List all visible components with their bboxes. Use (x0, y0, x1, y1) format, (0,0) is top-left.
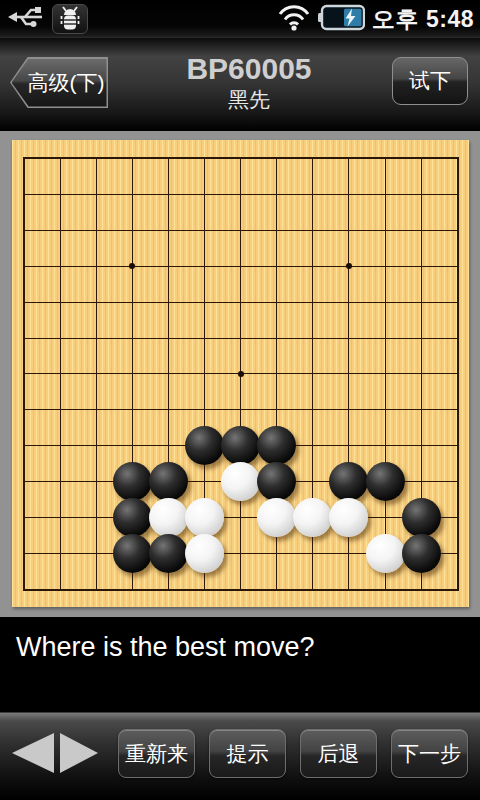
stone-black (366, 462, 405, 501)
page-title: BP60005 (110, 53, 388, 85)
status-time: 오후 5:48 (372, 4, 474, 35)
back-button[interactable]: 高级(下) (10, 57, 108, 108)
next-button[interactable]: 下一步 (391, 729, 468, 778)
stone-black (149, 534, 188, 573)
title-bar: 高级(下) BP60005 黑先 试下 (0, 38, 480, 131)
stone-white (185, 498, 224, 537)
adb-debug-icon (52, 4, 88, 34)
grid-line-horizontal (24, 517, 457, 518)
wifi-icon (277, 4, 311, 35)
usb-icon (8, 4, 46, 34)
stone-black (402, 498, 441, 537)
next-arrow-button[interactable] (60, 733, 98, 773)
screen: 오후 5:48 高级(下) BP60005 黑先 试下 Where is the… (0, 0, 480, 800)
stone-white (185, 534, 224, 573)
stone-white (366, 534, 405, 573)
grid-line-vertical (385, 159, 386, 590)
stone-black (185, 426, 224, 465)
stone-black (149, 462, 188, 501)
title-block: BP60005 黑先 (110, 53, 388, 113)
status-bar: 오후 5:48 (0, 0, 480, 38)
stone-black (402, 534, 441, 573)
undo-button[interactable]: 后退 (300, 729, 377, 778)
stone-black (113, 462, 152, 501)
page-subtitle: 黑先 (110, 87, 388, 113)
star-point (238, 371, 244, 377)
stone-black (113, 534, 152, 573)
message-text: Where is the best move? (0, 617, 480, 708)
stone-white (149, 498, 188, 537)
toolbar: 重新来提示后退下一步 (0, 708, 480, 800)
grid-line-horizontal (24, 409, 457, 410)
battery-charging-icon (318, 4, 365, 35)
toolbar-buttons: 重新来提示后退下一步 (118, 729, 468, 778)
go-board[interactable] (12, 140, 469, 607)
try-move-button[interactable]: 试下 (392, 57, 468, 105)
back-button-label: 高级(下) (12, 59, 107, 107)
stone-white (221, 462, 260, 501)
prev-arrow-button[interactable] (12, 733, 54, 773)
stone-white (257, 498, 296, 537)
hint-button[interactable]: 提示 (209, 729, 286, 778)
board-area (0, 131, 480, 617)
stone-black (113, 498, 152, 537)
restart-button[interactable]: 重新来 (118, 729, 195, 778)
